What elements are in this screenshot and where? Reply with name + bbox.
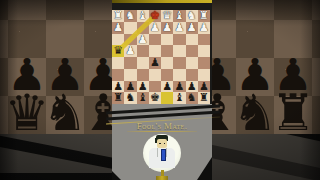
chess-board: ♜♞♝♚♛♝♞♜♟♟♟♟♟♟♟♟♛♟♟♟♟♟♟♟♟♜♞♝♚♝♞♜ <box>112 10 210 104</box>
black-knight-b8: ♞ <box>186 92 198 104</box>
square-e3 <box>149 34 161 46</box>
white-bishop-c1: ♝ <box>173 10 185 22</box>
corner-wedge <box>112 171 121 180</box>
square-f6 <box>137 69 149 81</box>
black-rook-h8: ♜ <box>112 92 124 104</box>
square-b5 <box>186 57 198 69</box>
square-a6 <box>198 69 210 81</box>
pedestal-base <box>156 176 168 180</box>
white-rook-a1: ♜ <box>198 10 210 22</box>
square-d5 <box>161 57 173 69</box>
white-pawn-e2: ♟ <box>149 22 161 34</box>
square-c4 <box>173 45 185 57</box>
black-rook-a8: ♜ <box>198 92 210 104</box>
square-f5 <box>137 57 149 69</box>
white-rook-h1: ♜ <box>112 10 124 22</box>
white-pawn-g4: ♟ <box>124 45 136 57</box>
square-a5 <box>198 57 210 69</box>
corner-wedge <box>197 157 212 180</box>
video-title: Fool's Mate. <box>112 121 212 131</box>
white-pawn-c2: ♟ <box>173 22 185 34</box>
square-b4 <box>186 45 198 57</box>
square-d8 <box>161 92 173 104</box>
white-queen-d1: ♛ <box>161 10 173 22</box>
title-underline <box>127 131 197 132</box>
white-knight-g1: ♞ <box>124 10 136 22</box>
square-h6 <box>112 69 124 81</box>
white-pawn-a2: ♟ <box>198 22 210 34</box>
white-king-e1: ♚ <box>149 10 161 22</box>
square-c3 <box>173 34 185 46</box>
square-e6 <box>149 69 161 81</box>
avatar-tie <box>161 149 166 161</box>
black-bishop-f8: ♝ <box>137 92 149 104</box>
square-a3 <box>198 34 210 46</box>
video-column: ♜♞♝♚♛♝♞♜♟♟♟♟♟♟♟♟♛♟♟♟♟♟♟♟♟♜♞♝♚♝♞♜ Fool's … <box>112 0 212 180</box>
black-knight-g8: ♞ <box>124 92 136 104</box>
square-b6 <box>186 69 198 81</box>
black-pawn-d7: ♟ <box>161 81 173 93</box>
video-frame: ♟♟♟♛♞♝♟♟♟♝♞♜ ♜♞♝♚♛♝♞♜♟♟♟♟♟♟♟♟♛♟♟♟♟♟♟♟♟♜♞… <box>0 0 320 180</box>
white-pawn-b2: ♟ <box>186 22 198 34</box>
square-d6 <box>161 69 173 81</box>
black-queen-h4: ♛ <box>112 45 124 57</box>
avatar-eye <box>164 143 165 145</box>
avatar-eye <box>159 143 160 145</box>
square-c5 <box>173 57 185 69</box>
white-knight-b1: ♞ <box>186 10 198 22</box>
square-h5 <box>112 57 124 69</box>
black-pawn-e5: ♟ <box>149 57 161 69</box>
square-d3 <box>161 34 173 46</box>
white-pawn-h2: ♟ <box>112 22 124 34</box>
square-b3 <box>186 34 198 46</box>
black-bishop-c8: ♝ <box>173 92 185 104</box>
white-bishop-f1: ♝ <box>137 10 149 22</box>
square-a4 <box>198 45 210 57</box>
white-pawn-d2: ♟ <box>161 22 173 34</box>
square-f4 <box>137 45 149 57</box>
black-king-e8: ♚ <box>149 92 161 104</box>
square-d4 <box>161 45 173 57</box>
avatar-lapel <box>157 148 158 157</box>
square-g6 <box>124 69 136 81</box>
square-c6 <box>173 69 185 81</box>
top-gold-strip <box>112 0 212 3</box>
white-pawn-f3: ♟ <box>137 34 149 46</box>
avatar-lapel <box>166 148 167 157</box>
square-g5 <box>124 57 136 69</box>
